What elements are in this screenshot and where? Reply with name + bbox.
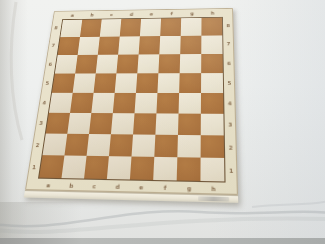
square-d3[interactable]: [111, 113, 135, 134]
rank-label: 2: [226, 136, 236, 159]
square-g7[interactable]: [180, 36, 201, 55]
square-f2[interactable]: [154, 135, 178, 158]
square-e3[interactable]: [133, 113, 156, 134]
square-e1[interactable]: [130, 157, 154, 180]
file-label: g: [177, 183, 201, 193]
square-f7[interactable]: [159, 36, 180, 54]
square-g8[interactable]: [181, 18, 202, 36]
square-a6[interactable]: [55, 55, 78, 74]
rank-label: 4: [225, 93, 235, 114]
square-c3[interactable]: [89, 113, 113, 134]
file-label: a: [36, 180, 60, 190]
square-b3[interactable]: [67, 113, 91, 134]
maker-stamp: [198, 196, 229, 201]
square-h4[interactable]: [201, 93, 224, 114]
square-e2[interactable]: [132, 134, 156, 156]
square-b2[interactable]: [64, 134, 89, 156]
crease-line: [252, 201, 325, 207]
square-a2[interactable]: [43, 134, 68, 156]
square-e4[interactable]: [135, 93, 158, 113]
square-d4[interactable]: [113, 93, 136, 113]
file-label: e: [129, 182, 153, 192]
square-g2[interactable]: [177, 135, 200, 158]
square-d5[interactable]: [115, 73, 138, 93]
file-label: g: [182, 9, 203, 16]
square-a5[interactable]: [52, 74, 75, 93]
square-f3[interactable]: [155, 113, 178, 135]
square-h8[interactable]: [201, 18, 222, 36]
square-g5[interactable]: [179, 73, 201, 93]
square-a7[interactable]: [58, 37, 80, 55]
file-label: d: [121, 10, 141, 17]
chess-board: abcdefgh abcdefgh 87654321 87654321: [24, 8, 238, 202]
square-h3[interactable]: [201, 114, 224, 136]
square-d8[interactable]: [120, 19, 141, 37]
square-e6[interactable]: [137, 54, 159, 73]
square-f8[interactable]: [160, 18, 181, 36]
file-label: f: [161, 10, 182, 17]
square-f1[interactable]: [153, 157, 177, 181]
crease-line: [11, 2, 22, 140]
square-f4[interactable]: [156, 93, 179, 114]
square-c7[interactable]: [98, 37, 120, 55]
rank-label: 6: [224, 53, 233, 72]
square-c2[interactable]: [87, 134, 111, 156]
board-border: abcdefgh abcdefgh 87654321 87654321: [25, 8, 238, 195]
square-a8[interactable]: [60, 20, 82, 38]
rank-label: 1: [226, 159, 236, 183]
square-b7[interactable]: [78, 37, 100, 55]
square-c6[interactable]: [96, 55, 118, 74]
square-b4[interactable]: [70, 93, 94, 113]
square-a1[interactable]: [39, 155, 64, 178]
square-e5[interactable]: [136, 73, 158, 93]
square-h7[interactable]: [201, 35, 222, 54]
square-e7[interactable]: [139, 36, 161, 54]
photo-scene: abcdefgh abcdefgh 87654321 87654321: [0, 0, 325, 244]
square-g3[interactable]: [178, 114, 201, 136]
square-e8[interactable]: [140, 19, 161, 37]
rank-label: 5: [225, 73, 234, 93]
square-h6[interactable]: [201, 54, 223, 73]
file-label: b: [82, 11, 102, 18]
square-a3[interactable]: [46, 113, 70, 134]
file-label: d: [106, 181, 130, 191]
file-label: c: [101, 11, 121, 18]
square-b5[interactable]: [73, 73, 96, 92]
square-c8[interactable]: [100, 19, 122, 37]
square-b8[interactable]: [80, 19, 102, 37]
square-d1[interactable]: [107, 156, 132, 179]
file-label: a: [62, 11, 82, 18]
file-label: b: [59, 180, 83, 190]
file-label: h: [201, 183, 226, 193]
square-d6[interactable]: [116, 54, 138, 73]
square-h5[interactable]: [201, 73, 223, 93]
square-d2[interactable]: [109, 134, 133, 156]
square-c5[interactable]: [94, 73, 117, 92]
file-label: e: [141, 10, 161, 17]
square-b6[interactable]: [75, 55, 98, 74]
square-c1[interactable]: [84, 156, 109, 179]
square-f6[interactable]: [158, 54, 180, 73]
file-label: h: [202, 9, 223, 16]
rank-label: 7: [224, 35, 233, 54]
square-f5[interactable]: [157, 73, 179, 93]
square-g1[interactable]: [177, 157, 201, 181]
square-d7[interactable]: [118, 36, 140, 54]
rank-label: 8: [224, 17, 233, 35]
square-g6[interactable]: [180, 54, 202, 73]
photo-bottom-edge-band: [0, 238, 325, 244]
file-label: f: [153, 182, 177, 192]
square-c4[interactable]: [91, 93, 114, 113]
file-label: c: [82, 181, 106, 191]
square-a4[interactable]: [49, 93, 73, 113]
playing-field: [38, 17, 226, 183]
square-g4[interactable]: [179, 93, 201, 114]
square-h1[interactable]: [200, 158, 224, 182]
square-h2[interactable]: [201, 135, 224, 158]
square-b1[interactable]: [61, 155, 86, 178]
rank-label: 3: [226, 114, 236, 136]
